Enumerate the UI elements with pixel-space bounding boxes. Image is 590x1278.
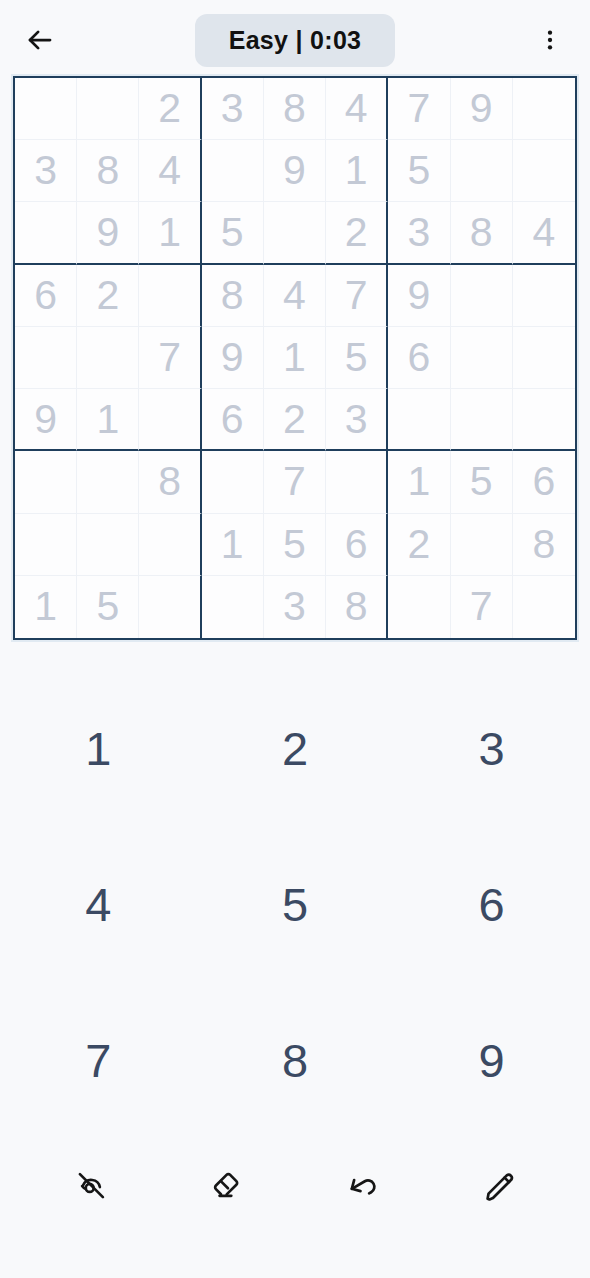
sudoku-cell-r9c8[interactable]: 7 (451, 576, 513, 638)
sudoku-cell-r6c6[interactable]: 3 (326, 389, 388, 451)
numpad-key-6[interactable]: 6 (393, 826, 590, 982)
sudoku-cell-r3c1[interactable] (15, 202, 77, 264)
sudoku-cell-r8c3[interactable] (139, 514, 201, 576)
sudoku-cell-r7c7[interactable]: 1 (388, 451, 450, 513)
number-pad: 123456789 (0, 670, 590, 1138)
top-bar: Easy | 0:03 (0, 0, 590, 80)
sudoku-cell-r5c7[interactable]: 6 (388, 327, 450, 389)
sudoku-cell-r2c5[interactable]: 9 (264, 140, 326, 202)
sudoku-cell-r8c8[interactable] (451, 514, 513, 576)
sudoku-cell-r8c1[interactable] (15, 514, 77, 576)
sudoku-cell-r5c9[interactable] (513, 327, 575, 389)
sudoku-cell-r6c2[interactable]: 1 (77, 389, 139, 451)
sudoku-cell-r4c9[interactable] (513, 265, 575, 327)
sudoku-cell-r4c6[interactable]: 7 (326, 265, 388, 327)
sudoku-cell-r4c5[interactable]: 4 (264, 265, 326, 327)
sudoku-cell-r4c2[interactable]: 2 (77, 265, 139, 327)
sudoku-cell-r5c3[interactable]: 7 (139, 327, 201, 389)
sudoku-cell-r5c5[interactable]: 1 (264, 327, 326, 389)
sudoku-cell-r8c7[interactable]: 2 (388, 514, 450, 576)
sudoku-cell-r1c9[interactable] (513, 78, 575, 140)
sudoku-cell-r6c3[interactable] (139, 389, 201, 451)
sudoku-cell-r5c4[interactable]: 9 (202, 327, 264, 389)
sudoku-cell-r3c5[interactable] (264, 202, 326, 264)
sudoku-cell-r1c2[interactable] (77, 78, 139, 140)
numpad-key-5[interactable]: 5 (197, 826, 394, 982)
sudoku-cell-r2c8[interactable] (451, 140, 513, 202)
sudoku-cell-r2c9[interactable] (513, 140, 575, 202)
pencil-icon (480, 1167, 518, 1205)
sudoku-cell-r7c6[interactable] (326, 451, 388, 513)
sudoku-cell-r9c3[interactable] (139, 576, 201, 638)
sudoku-cell-r8c4[interactable]: 1 (202, 514, 264, 576)
sudoku-cell-r5c2[interactable] (77, 327, 139, 389)
sudoku-cell-r7c1[interactable] (15, 451, 77, 513)
sudoku-cell-r3c6[interactable]: 2 (326, 202, 388, 264)
sudoku-cell-r9c6[interactable]: 8 (326, 576, 388, 638)
sudoku-cell-r8c2[interactable] (77, 514, 139, 576)
sudoku-cell-r6c7[interactable] (388, 389, 450, 451)
sudoku-cell-r1c4[interactable]: 3 (202, 78, 264, 140)
sudoku-cell-r2c3[interactable]: 4 (139, 140, 201, 202)
sudoku-cell-r8c5[interactable]: 5 (264, 514, 326, 576)
undo-button[interactable] (343, 1166, 383, 1206)
sudoku-cell-r7c3[interactable]: 8 (139, 451, 201, 513)
sudoku-cell-r8c9[interactable]: 8 (513, 514, 575, 576)
sudoku-board: 2384793849159152384628479791569162387156… (13, 76, 577, 640)
sudoku-cell-r6c9[interactable] (513, 389, 575, 451)
sudoku-cell-r7c8[interactable]: 5 (451, 451, 513, 513)
sudoku-cell-r7c5[interactable]: 7 (264, 451, 326, 513)
sudoku-cell-r1c5[interactable]: 8 (264, 78, 326, 140)
sudoku-cell-r7c9[interactable]: 6 (513, 451, 575, 513)
status-pill: Easy | 0:03 (195, 14, 396, 67)
sudoku-cell-r1c6[interactable]: 4 (326, 78, 388, 140)
sudoku-cell-r9c1[interactable]: 1 (15, 576, 77, 638)
sudoku-cell-r5c6[interactable]: 5 (326, 327, 388, 389)
sudoku-cell-r6c8[interactable] (451, 389, 513, 451)
bottom-toolbar (0, 1140, 590, 1232)
numpad-key-3[interactable]: 3 (393, 670, 590, 826)
sudoku-cell-r2c7[interactable]: 5 (388, 140, 450, 202)
numpad-key-9[interactable]: 9 (393, 982, 590, 1138)
sudoku-cell-r2c4[interactable] (202, 140, 264, 202)
sudoku-cell-r5c8[interactable] (451, 327, 513, 389)
sudoku-cell-r7c2[interactable] (77, 451, 139, 513)
sudoku-cell-r1c7[interactable]: 7 (388, 78, 450, 140)
sudoku-cell-r9c4[interactable] (202, 576, 264, 638)
sudoku-cell-r4c8[interactable] (451, 265, 513, 327)
sudoku-cell-r3c7[interactable]: 3 (388, 202, 450, 264)
arrow-left-icon (25, 25, 55, 55)
numpad-key-2[interactable]: 2 (197, 670, 394, 826)
sudoku-cell-r9c7[interactable] (388, 576, 450, 638)
numpad-key-4[interactable]: 4 (0, 826, 197, 982)
sudoku-cell-r7c4[interactable] (202, 451, 264, 513)
eye-off-icon (72, 1167, 110, 1205)
difficulty-timer-label: Easy | 0:03 (229, 26, 362, 54)
sudoku-cell-r3c3[interactable]: 1 (139, 202, 201, 264)
sudoku-cell-r3c8[interactable]: 8 (451, 202, 513, 264)
sudoku-cell-r4c1[interactable]: 6 (15, 265, 77, 327)
sudoku-cell-r2c2[interactable]: 8 (77, 140, 139, 202)
numpad-key-7[interactable]: 7 (0, 982, 197, 1138)
numpad-key-8[interactable]: 8 (197, 982, 394, 1138)
sudoku-cell-r6c1[interactable]: 9 (15, 389, 77, 451)
sudoku-cell-r4c7[interactable]: 9 (388, 265, 450, 327)
eraser-icon (208, 1167, 246, 1205)
sudoku-cell-r4c4[interactable]: 8 (202, 265, 264, 327)
sudoku-cell-r9c2[interactable]: 5 (77, 576, 139, 638)
sudoku-cell-r9c5[interactable]: 3 (264, 576, 326, 638)
menu-button[interactable] (528, 18, 572, 62)
undo-icon (344, 1167, 382, 1205)
sudoku-cell-r2c1[interactable]: 3 (15, 140, 77, 202)
numpad-key-1[interactable]: 1 (0, 670, 197, 826)
sudoku-cell-r8c6[interactable]: 6 (326, 514, 388, 576)
sudoku-cell-r6c5[interactable]: 2 (264, 389, 326, 451)
sudoku-cell-r3c4[interactable]: 5 (202, 202, 264, 264)
sudoku-cell-r2c6[interactable]: 1 (326, 140, 388, 202)
sudoku-cell-r9c9[interactable] (513, 576, 575, 638)
sudoku-cell-r1c1[interactable] (15, 78, 77, 140)
sudoku-cell-r3c9[interactable]: 4 (513, 202, 575, 264)
back-button[interactable] (18, 18, 62, 62)
sudoku-cell-r1c8[interactable]: 9 (451, 78, 513, 140)
sudoku-cell-r3c2[interactable]: 9 (77, 202, 139, 264)
kebab-menu-icon (537, 27, 563, 53)
sudoku-cell-r1c3[interactable]: 2 (139, 78, 201, 140)
erase-button[interactable] (207, 1166, 247, 1206)
sudoku-cell-r4c3[interactable] (139, 265, 201, 327)
sudoku-cell-r5c1[interactable] (15, 327, 77, 389)
pencil-button[interactable] (479, 1166, 519, 1206)
sudoku-cell-r6c4[interactable]: 6 (202, 389, 264, 451)
hide-pencil-marks-button[interactable] (71, 1166, 111, 1206)
